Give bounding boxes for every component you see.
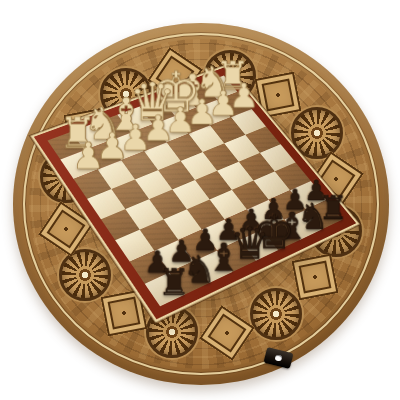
white-rook: ♜ [215,57,240,96]
black-pawn: ♟ [303,177,330,205]
board-scene: ♜♞♝♛♚♝♞♜♟♟♟♟♟♟♟♟♟♟♟♟♟♟♟♟♜♞♝♛♚♝♞♜ [0,0,400,400]
white-king: ♚ [151,64,177,120]
white-pawn: ♟ [229,79,254,113]
chess-set-photo: ♜♞♝♛♚♝♞♜♟♟♟♟♟♟♟♟♟♟♟♟♟♟♟♟♜♞♝♛♚♝♞♜ [0,0,400,400]
chessboard: ♜♞♝♛♚♝♞♜♟♟♟♟♟♟♟♟♟♟♟♟♟♟♟♟♜♞♝♛♚♝♞♜ [34,67,356,320]
black-rook: ♜ [319,191,346,224]
